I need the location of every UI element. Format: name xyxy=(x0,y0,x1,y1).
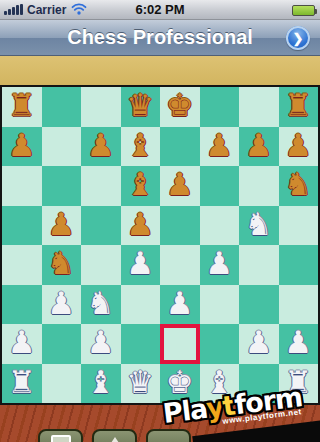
square-c6[interactable] xyxy=(81,166,121,206)
chess-piece-white-n-c3[interactable]: ♞ xyxy=(87,288,115,319)
chess-piece-white-p-d4[interactable]: ♟ xyxy=(126,248,154,279)
square-g8[interactable] xyxy=(239,87,279,127)
status-bar: Carrier 6:02 PM xyxy=(0,0,320,20)
arrow-up-icon xyxy=(109,437,121,442)
square-b7[interactable] xyxy=(42,127,82,167)
square-f2[interactable] xyxy=(200,324,240,364)
square-e8[interactable]: ♚ xyxy=(160,87,200,127)
square-g4[interactable] xyxy=(239,245,279,285)
square-d1[interactable]: ♛ xyxy=(121,364,161,404)
square-d8[interactable]: ♛ xyxy=(121,87,161,127)
square-a2[interactable]: ♟ xyxy=(2,324,42,364)
bottom-toolbar-area: Playtform www.playtform.net xyxy=(0,405,320,442)
chess-piece-black-r-a8[interactable]: ♜ xyxy=(8,90,36,121)
chess-piece-black-n-b4[interactable]: ♞ xyxy=(47,248,75,279)
square-a3[interactable] xyxy=(2,285,42,325)
chess-piece-white-q-d1[interactable]: ♛ xyxy=(126,367,154,398)
square-d6[interactable]: ♝ xyxy=(121,166,161,206)
chess-board: ♜♛♚♜♟♟♝♟♟♟♝♟♞♟♟♞♞♟♟♟♞♟♟♟♟♟♜♝♛♚♝♜ xyxy=(2,87,318,403)
monitor-icon xyxy=(51,435,71,442)
chevron-right-icon: ❯ xyxy=(293,31,304,46)
battery-icon xyxy=(292,5,315,16)
chess-piece-black-n-h6[interactable]: ♞ xyxy=(284,169,312,200)
clock-label: 6:02 PM xyxy=(0,2,320,17)
square-g5[interactable]: ♞ xyxy=(239,206,279,246)
square-g2[interactable]: ♟ xyxy=(239,324,279,364)
square-c2[interactable]: ♟ xyxy=(81,324,121,364)
chess-piece-black-p-b5[interactable]: ♟ xyxy=(47,209,75,240)
square-g7[interactable]: ♟ xyxy=(239,127,279,167)
chess-piece-black-p-c7[interactable]: ♟ xyxy=(87,130,115,161)
chess-piece-white-p-g2[interactable]: ♟ xyxy=(245,327,273,358)
chess-piece-black-b-d7[interactable]: ♝ xyxy=(126,130,154,161)
chess-piece-white-b-c1[interactable]: ♝ xyxy=(87,367,115,398)
square-f5[interactable] xyxy=(200,206,240,246)
square-f7[interactable]: ♟ xyxy=(200,127,240,167)
square-h2[interactable]: ♟ xyxy=(279,324,319,364)
square-b5[interactable]: ♟ xyxy=(42,206,82,246)
square-e5[interactable] xyxy=(160,206,200,246)
square-c3[interactable]: ♞ xyxy=(81,285,121,325)
square-c5[interactable] xyxy=(81,206,121,246)
square-e6[interactable]: ♟ xyxy=(160,166,200,206)
page-title: Chess Professional xyxy=(67,26,253,49)
chess-piece-white-p-b3[interactable]: ♟ xyxy=(47,288,75,319)
toolbar-button[interactable] xyxy=(146,429,191,442)
chess-piece-white-r-a1[interactable]: ♜ xyxy=(8,367,36,398)
chess-piece-black-b-d6[interactable]: ♝ xyxy=(126,169,154,200)
chess-board-frame: ♜♛♚♜♟♟♝♟♟♟♝♟♞♟♟♞♞♟♟♟♞♟♟♟♟♟♜♝♛♚♝♜ xyxy=(0,85,320,405)
square-g6[interactable] xyxy=(239,166,279,206)
square-h5[interactable] xyxy=(279,206,319,246)
square-b8[interactable] xyxy=(42,87,82,127)
chess-piece-white-p-a2[interactable]: ♟ xyxy=(8,327,36,358)
square-d7[interactable]: ♝ xyxy=(121,127,161,167)
iphone-screen: Carrier 6:02 PM Chess Professional ❯ ♜♛♚… xyxy=(0,0,320,442)
square-a5[interactable] xyxy=(2,206,42,246)
square-c1[interactable]: ♝ xyxy=(81,364,121,404)
square-c4[interactable] xyxy=(81,245,121,285)
square-b6[interactable] xyxy=(42,166,82,206)
board-margin-strip xyxy=(0,56,320,85)
detail-disclosure-button[interactable]: ❯ xyxy=(286,26,310,50)
square-a1[interactable]: ♜ xyxy=(2,364,42,404)
square-f6[interactable] xyxy=(200,166,240,206)
chess-piece-white-k-e1[interactable]: ♚ xyxy=(166,367,194,398)
square-h8[interactable]: ♜ xyxy=(279,87,319,127)
chess-piece-white-p-h2[interactable]: ♟ xyxy=(284,327,312,358)
square-c7[interactable]: ♟ xyxy=(81,127,121,167)
square-e7[interactable] xyxy=(160,127,200,167)
chess-piece-white-n-g5[interactable]: ♞ xyxy=(245,209,273,240)
square-h3[interactable] xyxy=(279,285,319,325)
chess-piece-black-p-f7[interactable]: ♟ xyxy=(205,130,233,161)
square-e2[interactable] xyxy=(160,324,200,364)
chess-piece-black-q-d8[interactable]: ♛ xyxy=(126,90,154,121)
chess-piece-white-p-c2[interactable]: ♟ xyxy=(87,327,115,358)
square-g3[interactable] xyxy=(239,285,279,325)
square-a8[interactable]: ♜ xyxy=(2,87,42,127)
square-a7[interactable]: ♟ xyxy=(2,127,42,167)
nav-bar: Chess Professional ❯ xyxy=(0,20,320,56)
square-b1[interactable] xyxy=(42,364,82,404)
chess-piece-black-p-h7[interactable]: ♟ xyxy=(284,130,312,161)
chess-piece-black-r-h8[interactable]: ♜ xyxy=(284,90,312,121)
square-f4[interactable]: ♟ xyxy=(200,245,240,285)
square-d3[interactable] xyxy=(121,285,161,325)
chess-piece-black-p-g7[interactable]: ♟ xyxy=(245,130,273,161)
chess-piece-black-p-a7[interactable]: ♟ xyxy=(8,130,36,161)
chess-piece-black-k-e8[interactable]: ♚ xyxy=(166,90,194,121)
square-d2[interactable] xyxy=(121,324,161,364)
square-f3[interactable] xyxy=(200,285,240,325)
square-a6[interactable] xyxy=(2,166,42,206)
square-e3[interactable]: ♟ xyxy=(160,285,200,325)
chess-piece-white-p-f4[interactable]: ♟ xyxy=(205,248,233,279)
square-b4[interactable]: ♞ xyxy=(42,245,82,285)
chess-piece-black-p-e6[interactable]: ♟ xyxy=(166,169,194,200)
square-e4[interactable] xyxy=(160,245,200,285)
screen-view-button[interactable] xyxy=(38,429,83,442)
square-h4[interactable] xyxy=(279,245,319,285)
square-b2[interactable] xyxy=(42,324,82,364)
playtform-logo-segment: Pla xyxy=(161,393,208,429)
chess-piece-white-p-e3[interactable]: ♟ xyxy=(166,288,194,319)
square-h7[interactable]: ♟ xyxy=(279,127,319,167)
square-b3[interactable]: ♟ xyxy=(42,285,82,325)
square-d5[interactable]: ♟ xyxy=(121,206,161,246)
square-h6[interactable]: ♞ xyxy=(279,166,319,206)
square-d4[interactable]: ♟ xyxy=(121,245,161,285)
square-a4[interactable] xyxy=(2,245,42,285)
move-up-button[interactable] xyxy=(92,429,137,442)
square-c8[interactable] xyxy=(81,87,121,127)
square-f8[interactable] xyxy=(200,87,240,127)
chess-piece-black-p-d5[interactable]: ♟ xyxy=(126,209,154,240)
